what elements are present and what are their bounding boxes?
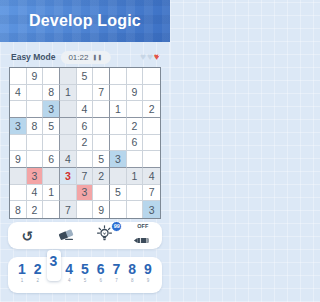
cell-r1c9[interactable] <box>143 68 160 85</box>
cell-r4c5[interactable]: 6 <box>77 118 94 135</box>
cell-r7c1[interactable] <box>10 168 27 185</box>
cell-r1c7[interactable] <box>110 68 127 85</box>
cell-r7c3[interactable] <box>43 168 60 185</box>
cell-r1c6[interactable] <box>93 68 110 85</box>
numpad-remaining-count: 9 <box>147 279 150 284</box>
cell-r2c8[interactable]: 9 <box>127 85 144 102</box>
cell-r3c5[interactable]: 4 <box>77 101 94 118</box>
numpad-digit: 7 <box>113 262 121 277</box>
cell-r6c2[interactable] <box>27 151 44 168</box>
cell-r5c1[interactable] <box>10 135 27 152</box>
eraser-icon <box>57 227 75 245</box>
number-pad: 11223445566778899 <box>8 257 162 293</box>
cell-r6c8[interactable] <box>127 151 144 168</box>
cell-r1c2[interactable]: 9 <box>27 68 44 85</box>
cell-r9c1[interactable]: 8 <box>10 201 27 218</box>
pencil-icon <box>133 230 152 248</box>
cell-r7c4[interactable]: 3 <box>60 168 77 185</box>
numpad-key-3[interactable]: 3 <box>47 250 61 281</box>
cell-r5c7[interactable] <box>110 135 127 152</box>
cell-r8c7[interactable]: 5 <box>110 185 127 202</box>
cell-r7c6[interactable]: 2 <box>93 168 110 185</box>
numpad-remaining-count: 6 <box>99 279 102 284</box>
banner: Develop Logic <box>0 0 170 42</box>
cell-r8c3[interactable]: 1 <box>43 185 60 202</box>
cell-r3c6[interactable] <box>93 101 110 118</box>
cell-r2c9[interactable] <box>143 85 160 102</box>
cell-r6c7[interactable]: 3 <box>110 151 127 168</box>
cell-r9c2[interactable]: 2 <box>27 201 44 218</box>
cell-r1c4[interactable] <box>60 68 77 85</box>
cell-r5c4[interactable] <box>60 135 77 152</box>
cell-r4c6[interactable] <box>93 118 110 135</box>
numpad-remaining-count: 2 <box>36 279 39 284</box>
cell-r4c7[interactable] <box>110 118 127 135</box>
cell-r9c4[interactable]: 7 <box>60 201 77 218</box>
cell-r2c3[interactable]: 8 <box>43 85 60 102</box>
lives-hearts: ♥♥♥ <box>140 52 160 62</box>
undo-icon: ↺ <box>21 229 33 243</box>
cell-r3c7[interactable]: 1 <box>110 101 127 118</box>
cell-r2c6[interactable]: 7 <box>93 85 110 102</box>
cell-r1c5[interactable]: 5 <box>77 68 94 85</box>
cell-r2c7[interactable] <box>110 85 127 102</box>
cell-r9c9[interactable]: 3 <box>143 201 160 218</box>
hint-button[interactable]: 99 <box>91 224 117 248</box>
cell-r2c1[interactable]: 4 <box>10 85 27 102</box>
numpad-digit: 6 <box>97 262 105 277</box>
cell-r8c2[interactable]: 4 <box>27 185 44 202</box>
cell-r5c3[interactable] <box>43 135 60 152</box>
heart-icon-broken: ♥ <box>154 52 160 62</box>
heart-crack <box>157 54 161 60</box>
topbar: Easy Mode 01:22 ❚❚ ♥♥♥ <box>11 49 160 65</box>
eraser-button[interactable] <box>53 224 79 248</box>
cell-r6c9[interactable] <box>143 151 160 168</box>
heart-icon-lost: ♥ <box>147 52 153 62</box>
numpad-key-2[interactable]: 22 <box>31 262 45 284</box>
numpad-digit: 3 <box>50 254 58 269</box>
cell-r3c8[interactable] <box>127 101 144 118</box>
cell-r2c5[interactable] <box>77 85 94 102</box>
numpad-remaining-count: 1 <box>21 279 24 284</box>
cell-r6c3[interactable]: 6 <box>43 151 60 168</box>
page-title: Develop Logic <box>29 12 141 30</box>
timer-value: 01:22 <box>68 53 88 62</box>
cell-r3c4[interactable] <box>60 101 77 118</box>
numpad-key-7[interactable]: 77 <box>110 262 124 284</box>
cell-r4c9[interactable] <box>143 118 160 135</box>
numpad-key-9[interactable]: 99 <box>141 262 155 284</box>
hint-bulb-icon <box>96 225 113 246</box>
cell-r3c9[interactable]: 2 <box>143 101 160 118</box>
numpad-remaining-count: 8 <box>131 279 134 284</box>
sudoku-board[interactable]: 954817934123856226964533372144135782793 <box>9 67 161 219</box>
cell-r3c1[interactable] <box>10 101 27 118</box>
pencil-toggle-button[interactable]: OFF <box>130 224 156 248</box>
cell-r7c5[interactable]: 7 <box>77 168 94 185</box>
cell-r9c5[interactable] <box>77 201 94 218</box>
cell-r3c3[interactable]: 3 <box>43 101 60 118</box>
numpad-remaining-count: 4 <box>68 279 71 284</box>
timer-pill: 01:22 ❚❚ <box>60 51 110 64</box>
cell-r4c4[interactable] <box>60 118 77 135</box>
cell-r8c4[interactable] <box>60 185 77 202</box>
numpad-key-4[interactable]: 44 <box>62 262 76 284</box>
cell-r1c1[interactable] <box>10 68 27 85</box>
numpad-digit: 9 <box>144 262 152 277</box>
numpad-key-6[interactable]: 66 <box>94 262 108 284</box>
cell-r6c5[interactable] <box>77 151 94 168</box>
numpad-remaining-count: 5 <box>84 279 87 284</box>
cell-r7c7[interactable] <box>110 168 127 185</box>
cell-r9c6[interactable]: 9 <box>93 201 110 218</box>
cell-r8c9[interactable]: 7 <box>143 185 160 202</box>
cell-r2c4[interactable]: 1 <box>60 85 77 102</box>
cell-r4c1[interactable]: 3 <box>10 118 27 135</box>
cell-r2c2[interactable] <box>27 85 44 102</box>
numpad-digit: 8 <box>128 262 136 277</box>
cell-r5c8[interactable]: 6 <box>127 135 144 152</box>
cell-r8c6[interactable] <box>93 185 110 202</box>
cell-r7c8[interactable]: 1 <box>127 168 144 185</box>
cell-r4c3[interactable]: 5 <box>43 118 60 135</box>
cell-r1c3[interactable] <box>43 68 60 85</box>
cell-r9c7[interactable] <box>110 201 127 218</box>
cell-r8c8[interactable] <box>127 185 144 202</box>
cell-r1c8[interactable] <box>127 68 144 85</box>
cell-r7c2[interactable]: 3 <box>27 168 44 185</box>
undo-button[interactable]: ↺ <box>14 224 40 248</box>
difficulty-label: Easy Mode <box>11 52 55 62</box>
cell-r8c1[interactable] <box>10 185 27 202</box>
numpad-key-5[interactable]: 55 <box>78 262 92 284</box>
cell-r3c2[interactable] <box>27 101 44 118</box>
numpad-digit: 2 <box>34 262 42 277</box>
numpad-key-8[interactable]: 88 <box>125 262 139 284</box>
cell-r9c8[interactable] <box>127 201 144 218</box>
cell-r9c3[interactable] <box>43 201 60 218</box>
numpad-digit: 5 <box>81 262 89 277</box>
hint-count-badge: 99 <box>111 221 122 232</box>
pause-button[interactable]: ❚❚ <box>92 54 102 60</box>
numpad-key-1[interactable]: 11 <box>15 262 29 284</box>
cell-r7c9[interactable]: 4 <box>143 168 160 185</box>
heart-icon-lost: ♥ <box>140 52 146 62</box>
cell-r5c2[interactable] <box>27 135 44 152</box>
cell-r5c6[interactable] <box>93 135 110 152</box>
cell-r6c4[interactable]: 4 <box>60 151 77 168</box>
toolbar: ↺ <box>8 222 162 249</box>
cell-r6c1[interactable]: 9 <box>10 151 27 168</box>
numpad-digit: 4 <box>65 262 73 277</box>
cell-r8c5[interactable]: 3 <box>77 185 94 202</box>
cell-r4c2[interactable]: 8 <box>27 118 44 135</box>
cell-r6c6[interactable]: 5 <box>93 151 110 168</box>
cell-r5c5[interactable]: 2 <box>77 135 94 152</box>
cell-r4c8[interactable]: 2 <box>127 118 144 135</box>
cell-r5c9[interactable] <box>143 135 160 152</box>
pencil-mode-label: OFF <box>137 223 148 229</box>
numpad-remaining-count: 7 <box>115 279 118 284</box>
numpad-digit: 1 <box>18 262 26 277</box>
